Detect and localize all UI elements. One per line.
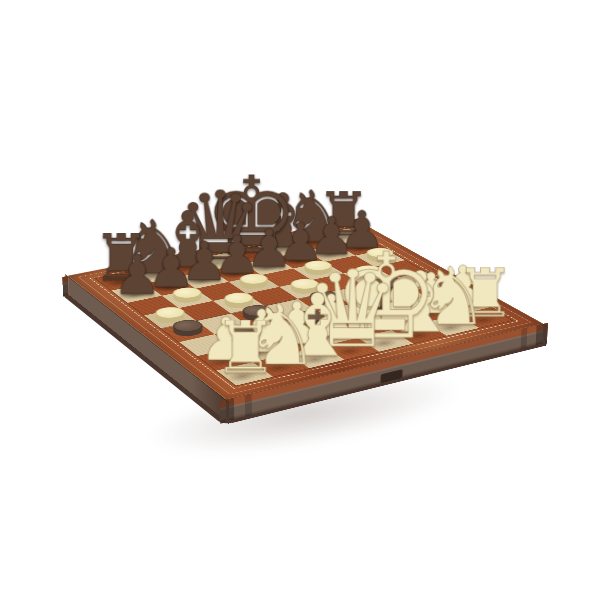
piece-white-rook-a1[interactable]: ♜ bbox=[180, 320, 312, 378]
chess-board: ♜♞♝♛♚♝♞♜♟♟♟♟♟♟♟♟♟♟♟♟♟♟♟♟♜♞♝♛♚♝♞♜ bbox=[67, 219, 543, 400]
pieces-layer: ♜♞♝♛♚♝♞♜♟♟♟♟♟♟♟♟♟♟♟♟♟♟♟♟♜♞♝♛♚♝♞♜ bbox=[67, 219, 543, 400]
scene: ♜♞♝♛♚♝♞♜♟♟♟♟♟♟♟♟♟♟♟♟♟♟♟♟♜♞♝♛♚♝♞♜ bbox=[0, 0, 600, 600]
